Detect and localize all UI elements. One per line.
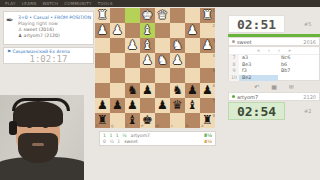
rank-label: 7	[212, 98, 215, 103]
square[interactable]: ♞	[155, 53, 170, 68]
square[interactable]	[185, 53, 200, 68]
black-piece: ♟	[110, 98, 125, 113]
white-piece: ♝	[140, 38, 155, 53]
square[interactable]: ♜1	[200, 8, 215, 23]
move-list: « ‹ › » 7 a3 Nc6 8 Be3 b6 9 f3 Bb7 10 Be…	[228, 46, 320, 81]
square[interactable]: ♜	[95, 8, 110, 23]
rank-label: 2	[212, 23, 215, 28]
square[interactable]	[95, 38, 110, 53]
opponent-tournament-rank: #5	[304, 21, 311, 27]
black-piece: ♟	[185, 83, 200, 98]
file-label: d	[156, 123, 159, 128]
white-piece: ♞	[170, 38, 185, 53]
black-piece: ♟	[140, 83, 155, 98]
square[interactable]: ♚e	[140, 113, 155, 128]
score-streak: 0 ½ 1	[103, 139, 121, 144]
opponent-clock: 02:51	[228, 15, 285, 33]
square[interactable]	[170, 68, 185, 83]
square[interactable]: ♟	[155, 98, 170, 113]
black-piece: ♞	[170, 83, 185, 98]
game-tools-bar: ↶ ▦ ✉	[228, 82, 320, 91]
standings-row: 1 1 1 ½ artyom7 8½	[100, 132, 215, 139]
square[interactable]: ♟	[185, 83, 200, 98]
black-move[interactable]: b6	[278, 62, 317, 69]
move-row: 8 Be3 b6	[229, 62, 319, 69]
square[interactable]	[185, 38, 200, 53]
streamer-beard	[18, 133, 58, 163]
square[interactable]: ♞	[170, 83, 185, 98]
square[interactable]	[125, 23, 140, 38]
square[interactable]: ♛	[155, 8, 170, 23]
chat-icon[interactable]: ✉	[289, 83, 294, 90]
square[interactable]: ♟3	[200, 38, 215, 53]
tournament-standings-box: 1 1 1 ½ artyom7 8½ 0 ½ 1 sweet 4½	[99, 131, 216, 146]
file-label: h	[96, 123, 99, 128]
white-piece: ♟	[185, 23, 200, 38]
game-info-card: 3+0 • Casual • FROM POSITION Playing rig…	[3, 11, 94, 45]
square[interactable]	[140, 68, 155, 83]
square[interactable]	[125, 68, 140, 83]
square[interactable]: ♟	[125, 98, 140, 113]
rank-label: 4	[212, 53, 215, 58]
square[interactable]	[185, 8, 200, 23]
player-tournament-rank: #2	[304, 108, 311, 114]
square[interactable]: 4	[200, 53, 215, 68]
file-label: b	[186, 123, 189, 128]
square[interactable]: ♟	[140, 53, 155, 68]
square[interactable]: g	[110, 113, 125, 128]
square[interactable]	[110, 53, 125, 68]
standings-total: 8½	[204, 133, 212, 138]
white-piece: ♚	[140, 8, 155, 23]
standings-player-name[interactable]: artyom7	[131, 133, 201, 138]
move-number: 10	[229, 75, 239, 82]
square[interactable]: ♝	[140, 38, 155, 53]
tournament-countdown: 1:02:17	[7, 54, 90, 64]
standings-total: 4½	[204, 139, 212, 144]
square[interactable]: 2	[200, 23, 215, 38]
square[interactable]	[170, 23, 185, 38]
square[interactable]	[170, 8, 185, 23]
file-label: c	[171, 123, 173, 128]
square[interactable]: ♟6	[200, 83, 215, 98]
square[interactable]: ♟	[185, 23, 200, 38]
square[interactable]: ♟	[95, 98, 110, 113]
streamer-mouth	[32, 143, 44, 146]
streamer-eye	[43, 125, 48, 128]
white-move[interactable]: a3	[239, 55, 278, 62]
online-dot-icon	[232, 40, 235, 43]
square[interactable]: ♟	[125, 38, 140, 53]
square[interactable]	[155, 83, 170, 98]
square[interactable]	[140, 98, 155, 113]
square[interactable]	[95, 68, 110, 83]
move-nav-bar: « ‹ › »	[229, 47, 319, 55]
white-move[interactable]: f3	[239, 68, 278, 75]
white-piece: ♝	[140, 23, 155, 38]
tournament-card: ⚑ Сицилианский Ех Arena 1:02:17	[3, 47, 94, 64]
square[interactable]: ♞	[125, 83, 140, 98]
standings-player-name[interactable]: sweet	[124, 139, 201, 144]
square[interactable]: ♜a8	[200, 113, 215, 128]
black-move[interactable]	[278, 75, 317, 82]
black-piece: ♝	[185, 98, 200, 113]
square[interactable]	[110, 38, 125, 53]
move-number: 7	[229, 55, 239, 62]
square[interactable]	[110, 8, 125, 23]
opponent-name-bar: sweet 2016	[228, 37, 320, 46]
black-piece: ♞	[125, 83, 140, 98]
white-piece: ♟	[95, 23, 110, 38]
player-rating: 2120	[303, 94, 316, 100]
square[interactable]: ♟	[95, 23, 110, 38]
white-piece: ♟	[140, 53, 155, 68]
rank-label: 8	[212, 113, 215, 118]
last-move-button[interactable]: »	[288, 47, 291, 54]
square[interactable]	[125, 53, 140, 68]
white-piece: ♟	[170, 53, 185, 68]
file-label: f	[126, 123, 127, 128]
rank-label: 5	[212, 68, 215, 73]
nav-item-tools[interactable]: TOOLS	[98, 1, 113, 6]
square[interactable]: 7	[200, 98, 215, 113]
chess-board[interactable]: ♜♚♛♜1♟♟♝♟2♟♝♞♟3♟♞♟45♞♟♞♟♟6♟♟♟♟♛♝7♜hg♝f♚e…	[95, 8, 215, 128]
first-move-button[interactable]: «	[257, 47, 260, 54]
square[interactable]: ♚	[140, 8, 155, 23]
player-name[interactable]: artyom7	[237, 94, 301, 100]
black-piece: ♟	[95, 98, 110, 113]
top-navbar: PLAY LEARN WATCH COMMUNITY TOOLS	[0, 0, 320, 7]
white-piece: ♛	[155, 8, 170, 23]
black-piece: ♛	[170, 98, 185, 113]
white-piece: ♟	[125, 38, 140, 53]
square[interactable]	[155, 38, 170, 53]
nav-item-learn[interactable]: LEARN	[22, 1, 37, 6]
square[interactable]: ♝	[185, 98, 200, 113]
next-move-button[interactable]: ›	[278, 47, 280, 54]
file-label: g	[111, 123, 114, 128]
move-number: 8	[229, 62, 239, 69]
standings-row: 0 ½ 1 sweet 4½	[100, 139, 215, 146]
nav-item-play[interactable]: PLAY	[5, 1, 16, 6]
move-row: 10 Be2	[229, 75, 319, 82]
nav-item-watch[interactable]: WATCH	[43, 1, 59, 6]
online-dot-icon	[232, 95, 235, 98]
opponent-name[interactable]: sweet	[237, 39, 301, 45]
rank-label: 3	[212, 38, 215, 43]
prev-move-button[interactable]: ‹	[268, 47, 270, 54]
streamer-eye	[27, 125, 32, 128]
casual-quill-icon: ✒	[6, 15, 14, 25]
square[interactable]: ♞	[170, 38, 185, 53]
headphone-earcup-icon	[9, 121, 17, 135]
move-row: 9 f3 Bb7	[229, 68, 319, 75]
square[interactable]	[95, 83, 110, 98]
square[interactable]: ♟	[170, 53, 185, 68]
black-piece: ♟	[125, 98, 140, 113]
file-label: a	[201, 123, 203, 128]
square[interactable]: ♟	[110, 23, 125, 38]
square[interactable]: ♝	[140, 23, 155, 38]
analysis-board-icon[interactable]: ▦	[271, 83, 277, 90]
rank-label: 6	[212, 83, 215, 88]
square[interactable]: ♝f	[125, 113, 140, 128]
black-move[interactable]: Bb7	[278, 68, 317, 75]
square[interactable]	[110, 83, 125, 98]
square[interactable]: ♛	[170, 98, 185, 113]
square[interactable]	[125, 8, 140, 23]
square[interactable]: ♟	[110, 98, 125, 113]
square[interactable]: b	[185, 113, 200, 128]
square[interactable]: ♜h	[95, 113, 110, 128]
square[interactable]: ♟	[140, 83, 155, 98]
file-label: e	[141, 123, 143, 128]
square[interactable]	[185, 68, 200, 83]
move-number: 9	[229, 68, 239, 75]
square[interactable]	[95, 53, 110, 68]
current-move[interactable]: Be2	[239, 75, 278, 82]
opponent-rating: 2016	[303, 39, 316, 45]
square[interactable]	[110, 68, 125, 83]
black-piece: ♟	[155, 98, 170, 113]
square[interactable]: d	[155, 113, 170, 128]
score-streak: 1 1 1 ½	[103, 133, 128, 138]
nav-item-community[interactable]: COMMUNITY	[64, 1, 92, 6]
player-clock-active: 02:54	[228, 102, 285, 120]
black-move[interactable]: Nc6	[278, 55, 317, 62]
player-name-bar: artyom7 2120	[228, 92, 320, 101]
white-piece: ♞	[155, 53, 170, 68]
square[interactable]: 5	[200, 68, 215, 83]
black-player-line[interactable]: ♟ artyom7 (2120)	[18, 33, 90, 39]
headphones-icon	[12, 98, 70, 111]
rank-label: 1	[212, 8, 215, 13]
move-row: 7 a3 Nc6	[229, 55, 319, 62]
webcam-overlay	[0, 95, 84, 180]
white-piece: ♟	[110, 23, 125, 38]
white-piece: ♜	[95, 8, 110, 23]
white-move[interactable]: Be3	[239, 62, 278, 69]
square[interactable]: c	[170, 113, 185, 128]
chess-board-container: ♜♚♛♜1♟♟♝♟2♟♝♞♟3♟♞♟45♞♟♞♟♟6♟♟♟♟♛♝7♜hg♝f♚e…	[95, 8, 215, 128]
takeback-icon[interactable]: ↶	[254, 83, 259, 90]
square[interactable]	[155, 23, 170, 38]
square[interactable]	[155, 68, 170, 83]
